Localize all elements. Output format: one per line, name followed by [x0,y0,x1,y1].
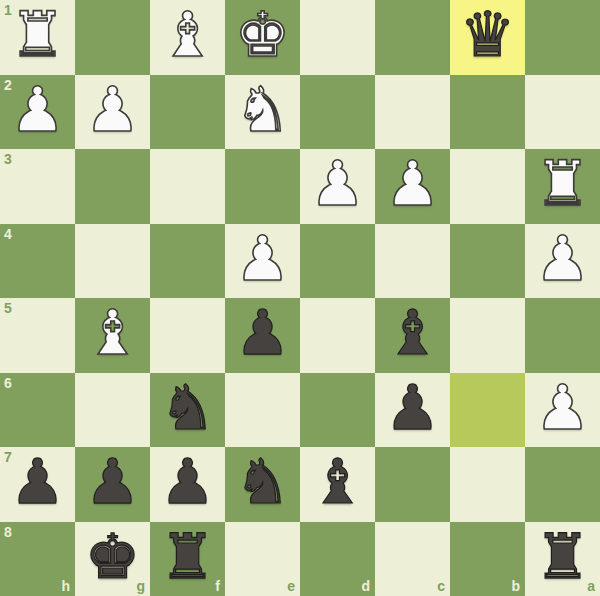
piece-black-pawn: ♟ [235,298,291,370]
square-e7[interactable]: ♞ [225,447,300,522]
square-d1[interactable] [300,0,375,75]
square-c3[interactable]: ♟ [375,149,450,224]
piece-white-rook: ♜ [10,0,66,72]
square-d5[interactable] [300,298,375,373]
piece-black-pawn: ♟ [385,373,441,445]
piece-white-king: ♚ [235,0,291,72]
square-a6[interactable]: ♟ [525,373,600,448]
square-d3[interactable]: ♟ [300,149,375,224]
square-g4[interactable] [75,224,150,299]
square-f2[interactable] [150,75,225,150]
square-c5[interactable]: ♝ [375,298,450,373]
square-h2[interactable]: 2♟ [0,75,75,150]
piece-white-pawn: ♟ [385,149,441,221]
square-h6[interactable]: 6 [0,373,75,448]
piece-white-pawn: ♟ [535,224,591,296]
chess-board: 1♜♝♚♛2♟♟♞3♟♟♜4♟♟5♝♟♝6♞♟♟7♟♟♟♞♝8hg♚f♜edcb… [0,0,600,596]
rank-label-5: 5 [4,301,12,315]
square-a8[interactable]: a♜ [525,522,600,596]
piece-white-pawn: ♟ [10,75,66,147]
square-c8[interactable]: c [375,522,450,596]
square-g3[interactable] [75,149,150,224]
piece-black-queen: ♛ [460,0,516,72]
piece-white-pawn: ♟ [535,373,591,445]
square-a1[interactable] [525,0,600,75]
square-c2[interactable] [375,75,450,150]
square-h7[interactable]: 7♟ [0,447,75,522]
square-a7[interactable] [525,447,600,522]
file-label-b: b [511,579,520,593]
square-e3[interactable] [225,149,300,224]
piece-white-bishop: ♝ [85,298,141,370]
square-b6[interactable] [450,373,525,448]
square-h1[interactable]: 1♜ [0,0,75,75]
square-f1[interactable]: ♝ [150,0,225,75]
piece-black-bishop: ♝ [310,447,366,519]
piece-white-pawn: ♟ [235,224,291,296]
square-c4[interactable] [375,224,450,299]
piece-black-rook: ♜ [535,522,591,594]
square-b4[interactable] [450,224,525,299]
square-g8[interactable]: g♚ [75,522,150,596]
file-label-f: f [215,579,220,593]
square-f6[interactable]: ♞ [150,373,225,448]
piece-white-pawn: ♟ [85,75,141,147]
square-h4[interactable]: 4 [0,224,75,299]
square-c7[interactable] [375,447,450,522]
piece-black-pawn: ♟ [85,447,141,519]
file-label-d: d [361,579,370,593]
square-b8[interactable]: b [450,522,525,596]
rank-label-4: 4 [4,227,12,241]
square-h3[interactable]: 3 [0,149,75,224]
square-d2[interactable] [300,75,375,150]
piece-black-rook: ♜ [160,522,216,594]
square-f7[interactable]: ♟ [150,447,225,522]
piece-white-bishop: ♝ [160,0,216,72]
piece-white-pawn: ♟ [310,149,366,221]
square-e2[interactable]: ♞ [225,75,300,150]
file-label-c: c [437,579,445,593]
piece-black-bishop: ♝ [385,298,441,370]
square-g2[interactable]: ♟ [75,75,150,150]
square-b3[interactable] [450,149,525,224]
square-a4[interactable]: ♟ [525,224,600,299]
rank-label-6: 6 [4,376,12,390]
square-e5[interactable]: ♟ [225,298,300,373]
piece-white-knight: ♞ [235,75,291,147]
piece-black-knight: ♞ [235,447,291,519]
piece-black-pawn: ♟ [160,447,216,519]
square-d4[interactable] [300,224,375,299]
piece-black-pawn: ♟ [10,447,66,519]
square-e6[interactable] [225,373,300,448]
square-g7[interactable]: ♟ [75,447,150,522]
piece-white-rook: ♜ [535,149,591,221]
square-f5[interactable] [150,298,225,373]
square-f4[interactable] [150,224,225,299]
square-h8[interactable]: 8h [0,522,75,596]
rank-label-3: 3 [4,152,12,166]
square-e4[interactable]: ♟ [225,224,300,299]
square-b7[interactable] [450,447,525,522]
square-d7[interactable]: ♝ [300,447,375,522]
square-d6[interactable] [300,373,375,448]
square-g1[interactable] [75,0,150,75]
square-a5[interactable] [525,298,600,373]
file-label-h: h [61,579,70,593]
square-f3[interactable] [150,149,225,224]
rank-label-8: 8 [4,525,12,539]
square-b1[interactable]: ♛ [450,0,525,75]
square-c1[interactable] [375,0,450,75]
square-f8[interactable]: f♜ [150,522,225,596]
square-a3[interactable]: ♜ [525,149,600,224]
square-g6[interactable] [75,373,150,448]
square-c6[interactable]: ♟ [375,373,450,448]
square-e8[interactable]: e [225,522,300,596]
piece-black-king: ♚ [85,522,141,594]
file-label-e: e [287,579,295,593]
square-d8[interactable]: d [300,522,375,596]
square-a2[interactable] [525,75,600,150]
square-e1[interactable]: ♚ [225,0,300,75]
square-h5[interactable]: 5 [0,298,75,373]
square-b2[interactable] [450,75,525,150]
piece-black-knight: ♞ [160,373,216,445]
square-b5[interactable] [450,298,525,373]
square-g5[interactable]: ♝ [75,298,150,373]
